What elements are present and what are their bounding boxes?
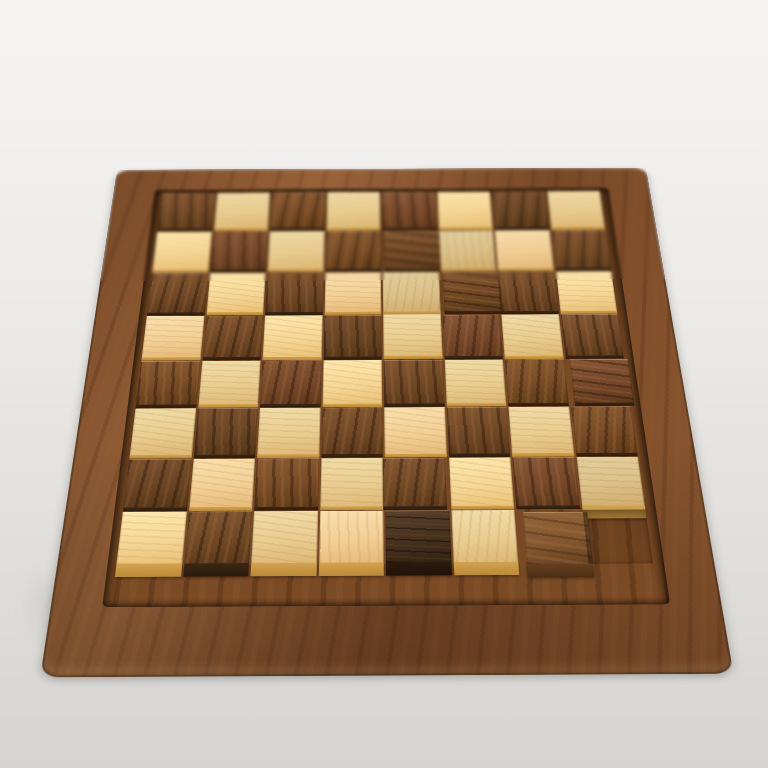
- block-top-face: [384, 360, 444, 404]
- wood-block-r6c8-dark[interactable]: [571, 407, 638, 456]
- wood-block-r5c4-light[interactable]: [322, 360, 382, 406]
- block-top-face: [383, 272, 440, 312]
- wood-block-r4c4-dark[interactable]: [323, 315, 382, 359]
- block-front-face: [527, 564, 594, 578]
- block-top-face: [210, 232, 268, 270]
- wood-block-r4c1-light[interactable]: [141, 316, 204, 360]
- wood-block-r5c8-dark[interactable]: [569, 359, 634, 405]
- wood-block-r2c4-dark[interactable]: [325, 231, 381, 271]
- wood-block-r8c5-xdark[interactable]: [385, 510, 451, 565]
- puzzle-board: [40, 168, 733, 678]
- block-top-face: [319, 511, 384, 563]
- wood-block-r1c5-dark[interactable]: [382, 192, 437, 230]
- block-top-face: [323, 315, 382, 357]
- photo-scene: [0, 0, 768, 768]
- wood-block-r5c5-dark[interactable]: [384, 360, 445, 406]
- block-front-face: [451, 506, 515, 510]
- wood-block-r3c1-dark[interactable]: [147, 273, 208, 315]
- block-front-face: [189, 507, 253, 511]
- block-top-face: [442, 314, 502, 356]
- wood-block-r7c8-light[interactable]: [576, 457, 645, 509]
- block-top-face: [270, 192, 325, 229]
- block-top-face: [547, 191, 605, 228]
- block-top-face: [569, 359, 634, 403]
- wood-block-r2c1-light[interactable]: [152, 232, 211, 272]
- wood-block-r8c3-light[interactable]: [251, 511, 318, 566]
- block-top-face: [384, 231, 440, 269]
- wood-block-r8c6-light[interactable]: [451, 510, 519, 565]
- block-front-face: [254, 506, 318, 510]
- block-front-face: [193, 454, 255, 458]
- block-top-face: [268, 231, 325, 269]
- wood-block-r2c3-light[interactable]: [268, 231, 325, 271]
- block-top-face: [202, 316, 263, 358]
- wood-block-r8c2-dark[interactable]: [184, 511, 252, 566]
- block-top-face: [254, 458, 319, 507]
- block-top-face: [444, 360, 506, 404]
- block-top-face: [194, 408, 258, 455]
- block-front-face: [512, 453, 574, 457]
- block-top-face: [501, 314, 563, 356]
- block-top-face: [446, 407, 510, 454]
- block-front-face: [250, 563, 316, 577]
- block-top-face: [152, 232, 211, 270]
- board-frame: [40, 168, 733, 678]
- block-top-face: [206, 273, 265, 313]
- wood-block-r6c7-light[interactable]: [508, 407, 573, 456]
- wood-block-r7c1-dark[interactable]: [123, 459, 191, 511]
- block-front-face: [453, 562, 519, 575]
- wood-block-r5c6-light[interactable]: [444, 360, 506, 406]
- block-top-face: [325, 231, 381, 269]
- wood-block-r4c2-dark[interactable]: [202, 316, 263, 360]
- wood-block-r6c6-dark[interactable]: [446, 407, 510, 456]
- wood-block-r3c3-dark[interactable]: [265, 272, 323, 314]
- block-top-face: [136, 361, 200, 406]
- block-top-face: [505, 359, 568, 403]
- wood-block-r6c1-light[interactable]: [129, 409, 195, 458]
- block-top-face: [251, 511, 317, 563]
- block-top-face: [157, 193, 215, 230]
- wood-block-r7c2-light[interactable]: [189, 458, 255, 510]
- block-top-face: [498, 271, 558, 311]
- wood-block-r6c5-light[interactable]: [384, 407, 446, 456]
- block-front-face: [318, 562, 384, 575]
- block-top-face: [214, 193, 270, 230]
- block-top-face: [265, 272, 323, 312]
- block-top-face: [116, 511, 186, 563]
- wood-block-r1c7-dark[interactable]: [492, 191, 549, 229]
- block-top-face: [571, 407, 638, 454]
- wood-block-r5c2-light[interactable]: [198, 361, 261, 407]
- wood-block-r6c4-dark[interactable]: [321, 408, 383, 457]
- block-front-face: [321, 454, 383, 458]
- wood-block-r1c8-light[interactable]: [547, 191, 606, 229]
- wood-block-r6c2-dark[interactable]: [193, 408, 258, 457]
- block-top-face: [263, 315, 323, 357]
- block-top-face: [189, 458, 255, 508]
- wood-block-r8c4-light[interactable]: [319, 511, 384, 566]
- wood-block-r3c7-dark[interactable]: [498, 271, 558, 313]
- block-top-face: [512, 457, 579, 506]
- block-top-face: [382, 192, 437, 229]
- board-tray: [102, 188, 670, 607]
- block-top-face: [492, 191, 549, 228]
- wood-block-r2c2-dark[interactable]: [210, 232, 268, 272]
- wood-block-r2c7-light[interactable]: [495, 230, 554, 270]
- block-grid: [116, 191, 653, 566]
- block-top-face: [142, 316, 204, 358]
- block-top-face: [321, 408, 383, 455]
- block-front-face: [183, 563, 249, 577]
- block-top-face: [130, 409, 196, 456]
- wood-block-r7c3-dark[interactable]: [254, 458, 319, 510]
- block-top-face: [384, 407, 446, 454]
- block-top-face: [556, 271, 617, 311]
- wood-block-r8c1-light[interactable]: [116, 511, 186, 566]
- block-front-face: [123, 507, 187, 511]
- wood-block-r2c8-dark[interactable]: [551, 230, 611, 270]
- block-top-face: [451, 510, 518, 562]
- block-top-face: [123, 459, 191, 509]
- wood-block-r3c6-dark[interactable]: [442, 272, 501, 314]
- block-top-face: [439, 231, 496, 269]
- block-front-face: [384, 356, 443, 359]
- wood-block-r7c4-light[interactable]: [320, 458, 383, 510]
- block-top-face: [320, 458, 383, 507]
- block-front-face: [448, 453, 510, 457]
- block-top-face: [576, 457, 645, 506]
- wood-block-r6c3-light[interactable]: [257, 408, 320, 457]
- wood-block-r3c5-light[interactable]: [383, 272, 441, 314]
- wood-block-r4c7-light[interactable]: [501, 314, 563, 358]
- wood-block-r1c3-dark[interactable]: [270, 192, 325, 230]
- wood-block-r3c4-light[interactable]: [324, 272, 381, 314]
- block-top-face: [322, 360, 382, 405]
- block-top-face: [324, 272, 381, 312]
- block-front-face: [115, 563, 182, 577]
- wood-block-r7c6-light[interactable]: [449, 457, 515, 509]
- block-top-face: [523, 512, 592, 564]
- wood-block-r1c6-light[interactable]: [437, 192, 493, 230]
- block-top-face: [495, 230, 554, 268]
- wood-block-r4c8-dark[interactable]: [560, 314, 623, 358]
- block-top-face: [326, 192, 380, 229]
- block-top-face: [260, 360, 321, 405]
- block-top-face: [449, 457, 514, 506]
- block-top-face: [560, 314, 623, 356]
- block-top-face: [198, 361, 261, 406]
- block-top-face: [383, 457, 447, 506]
- wood-block-r5c7-dark[interactable]: [505, 359, 569, 405]
- empty-slot-r8c8[interactable]: [582, 509, 653, 564]
- wood-block-r5c3-dark[interactable]: [260, 360, 321, 406]
- block-front-face: [320, 506, 383, 510]
- block-top-face: [147, 273, 208, 313]
- block-front-face: [257, 454, 319, 458]
- block-top-face: [184, 511, 252, 563]
- wood-block-r4c3-light[interactable]: [263, 315, 323, 359]
- wood-block-r5c1-dark[interactable]: [136, 361, 200, 408]
- block-front-face: [516, 505, 580, 509]
- block-front-face: [383, 506, 446, 510]
- block-top-face: [257, 408, 320, 455]
- wood-block-r3c8-light[interactable]: [556, 271, 618, 313]
- wood-block-r2c6-light[interactable]: [439, 231, 496, 271]
- block-front-face: [576, 452, 638, 456]
- block-top-face: [437, 192, 493, 229]
- block-top-face: [385, 510, 451, 562]
- block-top-face: [551, 230, 611, 268]
- wood-block-r1c2-light[interactable]: [214, 193, 271, 231]
- wood-block-r1c1-dark[interactable]: [157, 193, 215, 231]
- wood-block-r1c4-light[interactable]: [326, 192, 380, 230]
- block-top-face: [383, 314, 442, 356]
- block-front-face: [129, 454, 191, 458]
- block-front-face: [385, 453, 447, 457]
- wood-block-r7c7-dark[interactable]: [512, 457, 579, 509]
- block-top-face: [442, 272, 501, 312]
- block-top-face: [508, 407, 573, 454]
- wood-block-r3c2-light[interactable]: [206, 273, 266, 315]
- wood-block-r7c5-dark[interactable]: [383, 457, 447, 509]
- wood-block-r2c5-dark[interactable]: [384, 231, 440, 271]
- wood-block-r4c6-dark[interactable]: [442, 314, 502, 358]
- wood-block-r4c5-light[interactable]: [383, 314, 442, 358]
- block-front-face: [386, 562, 452, 575]
